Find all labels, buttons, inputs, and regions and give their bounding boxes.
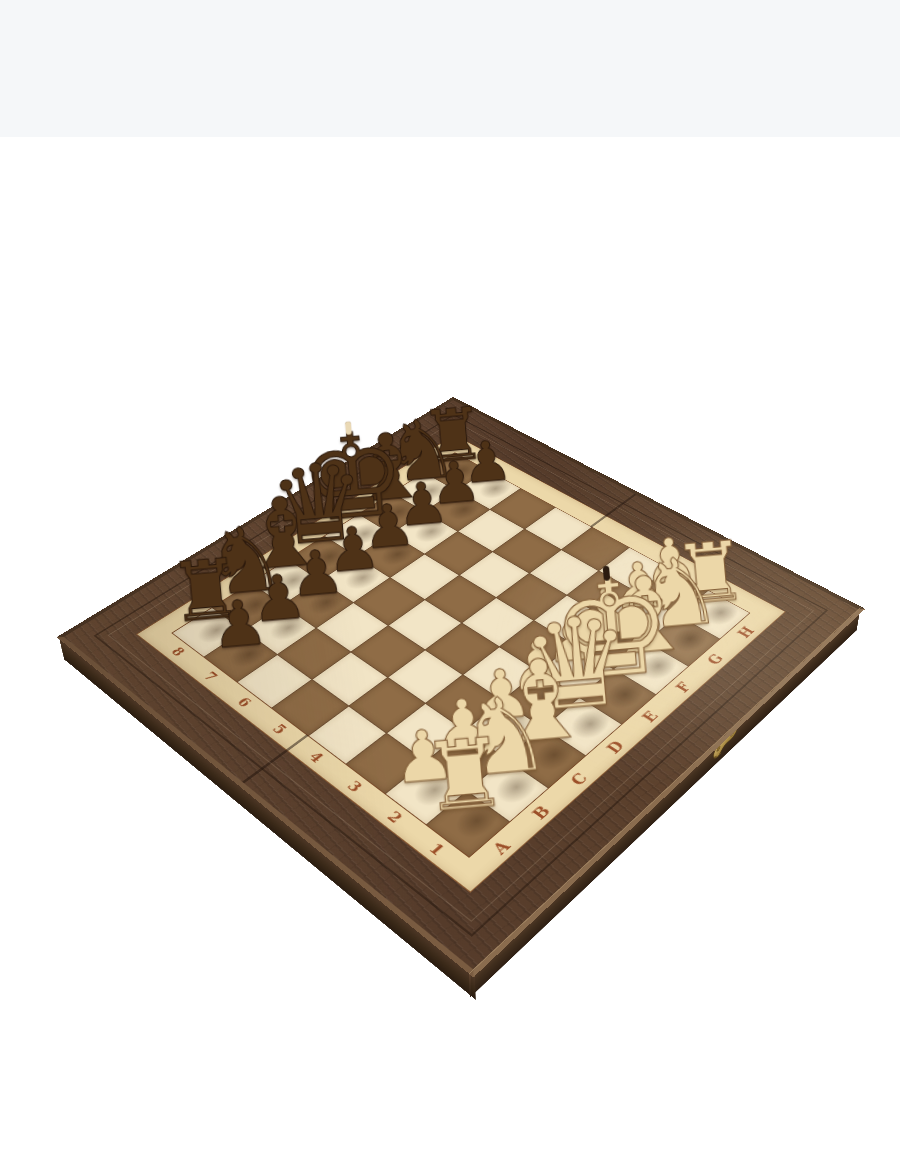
background-top-band [0,0,900,137]
pieces-layer: ♜♞♝♛♚♝♞♜♟♟♟♟♟♟♟♟♟♟♟♟♟♟♟♟♜♞♝♛♚♝♞♜ [57,397,865,977]
chess-board: 87654321 ABCDEFGH ♜♞♝♛♚♝♞♜♟♟♟♟♟♟♟♟♟♟♟♟♟♟… [57,397,865,977]
white-rook-glyph: ♜ [417,724,510,826]
chess-set-photo: 87654321 ABCDEFGH ♜♞♝♛♚♝♞♜♟♟♟♟♟♟♟♟♟♟♟♟♟♟… [0,0,900,1174]
black-pawn-glyph: ♟ [208,590,270,658]
chess-set-scene: 87654321 ABCDEFGH ♜♞♝♛♚♝♞♜♟♟♟♟♟♟♟♟♟♟♟♟♟♟… [165,327,757,919]
